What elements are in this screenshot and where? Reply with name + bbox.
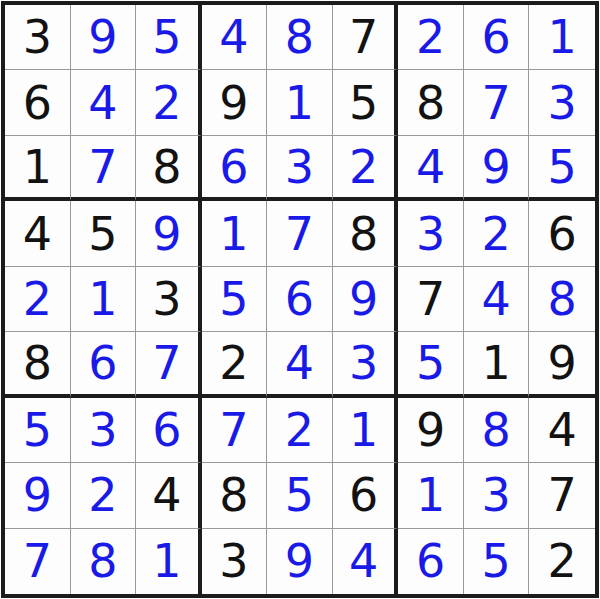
cell-r5c6[interactable]: 9 (333, 267, 399, 332)
cell-r5c9[interactable]: 8 (529, 267, 595, 332)
cell-r9c2[interactable]: 8 (71, 529, 137, 594)
solved-digit: 5 (285, 472, 314, 518)
cell-r6c8[interactable]: 1 (464, 332, 530, 397)
solved-digit: 5 (416, 340, 445, 386)
cell-r1c7[interactable]: 2 (398, 5, 464, 70)
solved-digit: 4 (349, 538, 378, 584)
given-digit: 9 (416, 407, 445, 453)
cell-r4c6[interactable]: 8 (333, 201, 399, 266)
cell-r1c8[interactable]: 6 (464, 5, 530, 70)
cell-r8c6[interactable]: 6 (333, 463, 399, 528)
solved-digit: 9 (23, 472, 52, 518)
cell-r5c1[interactable]: 2 (5, 267, 71, 332)
cell-r3c6[interactable]: 2 (333, 136, 399, 201)
cell-r6c4[interactable]: 2 (202, 332, 268, 397)
cell-r6c1[interactable]: 8 (5, 332, 71, 397)
cell-r9c5[interactable]: 9 (267, 529, 333, 594)
solved-digit: 6 (416, 538, 445, 584)
cell-r7c4[interactable]: 7 (202, 398, 268, 463)
solved-digit: 8 (285, 14, 314, 60)
solved-digit: 6 (88, 340, 117, 386)
solved-digit: 2 (285, 407, 314, 453)
cell-r8c4[interactable]: 8 (202, 463, 268, 528)
cell-r3c3[interactable]: 8 (136, 136, 202, 201)
solved-digit: 6 (285, 276, 314, 322)
solved-digit: 1 (285, 80, 314, 126)
cell-r7c5[interactable]: 2 (267, 398, 333, 463)
cell-r1c4[interactable]: 4 (202, 5, 268, 70)
solved-digit: 7 (152, 340, 181, 386)
solved-digit: 6 (482, 14, 511, 60)
cell-r9c7[interactable]: 6 (398, 529, 464, 594)
cell-r3c1[interactable]: 1 (5, 136, 71, 201)
given-digit: 3 (152, 276, 181, 322)
cell-r8c5[interactable]: 5 (267, 463, 333, 528)
solved-digit: 8 (88, 538, 117, 584)
cell-r1c5[interactable]: 8 (267, 5, 333, 70)
given-digit: 1 (482, 340, 511, 386)
cell-r3c7[interactable]: 4 (398, 136, 464, 201)
cell-r8c2[interactable]: 2 (71, 463, 137, 528)
cell-r8c7[interactable]: 1 (398, 463, 464, 528)
cell-r5c7[interactable]: 7 (398, 267, 464, 332)
solved-digit: 3 (285, 144, 314, 190)
cell-r4c1[interactable]: 4 (5, 201, 71, 266)
cell-r7c6[interactable]: 1 (333, 398, 399, 463)
solved-digit: 7 (219, 407, 248, 453)
cell-r3c8[interactable]: 9 (464, 136, 530, 201)
solved-digit: 3 (416, 211, 445, 257)
cell-r6c3[interactable]: 7 (136, 332, 202, 397)
given-digit: 6 (349, 472, 378, 518)
given-digit: 9 (219, 80, 248, 126)
cell-r9c9[interactable]: 2 (529, 529, 595, 594)
solved-digit: 2 (152, 80, 181, 126)
given-digit: 4 (548, 407, 577, 453)
given-digit: 8 (23, 340, 52, 386)
solved-digit: 9 (88, 14, 117, 60)
solved-digit: 1 (219, 211, 248, 257)
cell-r8c1[interactable]: 9 (5, 463, 71, 528)
cell-r2c4[interactable]: 9 (202, 70, 268, 135)
cell-r7c8[interactable]: 8 (464, 398, 530, 463)
given-digit: 8 (152, 144, 181, 190)
solved-digit: 2 (349, 144, 378, 190)
solved-digit: 2 (88, 472, 117, 518)
cell-r2c6[interactable]: 5 (333, 70, 399, 135)
solved-digit: 9 (152, 211, 181, 257)
cell-r6c6[interactable]: 3 (333, 332, 399, 397)
solved-digit: 5 (23, 407, 52, 453)
cell-r9c8[interactable]: 5 (464, 529, 530, 594)
cell-r7c2[interactable]: 3 (71, 398, 137, 463)
solved-digit: 3 (88, 407, 117, 453)
cell-r4c2[interactable]: 5 (71, 201, 137, 266)
solved-digit: 2 (416, 14, 445, 60)
solved-digit: 1 (349, 407, 378, 453)
given-digit: 2 (219, 340, 248, 386)
given-digit: 9 (548, 340, 577, 386)
cell-r6c7[interactable]: 5 (398, 332, 464, 397)
cell-r1c6[interactable]: 7 (333, 5, 399, 70)
solved-digit: 7 (23, 538, 52, 584)
cell-r4c8[interactable]: 2 (464, 201, 530, 266)
cell-r9c6[interactable]: 4 (333, 529, 399, 594)
given-digit: 1 (23, 144, 52, 190)
cell-r2c5[interactable]: 1 (267, 70, 333, 135)
solved-digit: 2 (23, 276, 52, 322)
solved-digit: 1 (416, 472, 445, 518)
given-digit: 5 (88, 211, 117, 257)
solved-digit: 1 (88, 276, 117, 322)
cell-r2c9[interactable]: 3 (529, 70, 595, 135)
solved-digit: 1 (152, 538, 181, 584)
cell-r7c7[interactable]: 9 (398, 398, 464, 463)
solved-digit: 4 (88, 80, 117, 126)
solved-digit: 4 (285, 340, 314, 386)
solved-digit: 5 (219, 276, 248, 322)
cell-r8c8[interactable]: 3 (464, 463, 530, 528)
cell-r5c2[interactable]: 1 (71, 267, 137, 332)
cell-r1c9[interactable]: 1 (529, 5, 595, 70)
cell-r7c3[interactable]: 6 (136, 398, 202, 463)
cell-r3c9[interactable]: 5 (529, 136, 595, 201)
cell-r3c5[interactable]: 3 (267, 136, 333, 201)
cell-r1c2[interactable]: 9 (71, 5, 137, 70)
given-digit: 6 (23, 80, 52, 126)
given-digit: 4 (23, 211, 52, 257)
cell-r2c7[interactable]: 8 (398, 70, 464, 135)
given-digit: 6 (548, 211, 577, 257)
solved-digit: 3 (349, 340, 378, 386)
given-digit: 7 (416, 276, 445, 322)
solved-digit: 4 (416, 144, 445, 190)
cell-r5c4[interactable]: 5 (202, 267, 268, 332)
solved-digit: 4 (219, 14, 248, 60)
cell-r8c9[interactable]: 7 (529, 463, 595, 528)
given-digit: 2 (548, 538, 577, 584)
solved-digit: 9 (285, 538, 314, 584)
cell-r4c3[interactable]: 9 (136, 201, 202, 266)
given-digit: 4 (152, 472, 181, 518)
solved-digit: 1 (548, 14, 577, 60)
given-digit: 8 (416, 80, 445, 126)
solved-digit: 4 (482, 276, 511, 322)
cell-r6c2[interactable]: 6 (71, 332, 137, 397)
cell-r1c1[interactable]: 3 (5, 5, 71, 70)
given-digit: 5 (349, 80, 378, 126)
solved-digit: 5 (482, 538, 511, 584)
solved-digit: 6 (219, 144, 248, 190)
solved-digit: 3 (482, 472, 511, 518)
cell-r5c3[interactable]: 3 (136, 267, 202, 332)
given-digit: 8 (219, 472, 248, 518)
solved-digit: 6 (152, 407, 181, 453)
cell-r8c3[interactable]: 4 (136, 463, 202, 528)
sudoku-board: 3954872616429158731786324954591783262135… (1, 1, 599, 598)
cell-r7c1[interactable]: 5 (5, 398, 71, 463)
cell-r2c8[interactable]: 7 (464, 70, 530, 135)
cell-r9c3[interactable]: 1 (136, 529, 202, 594)
cell-r6c5[interactable]: 4 (267, 332, 333, 397)
cell-r4c4[interactable]: 1 (202, 201, 268, 266)
given-digit: 3 (219, 538, 248, 584)
cell-r4c7[interactable]: 3 (398, 201, 464, 266)
given-digit: 7 (349, 14, 378, 60)
solved-digit: 8 (548, 276, 577, 322)
solved-digit: 9 (349, 276, 378, 322)
cell-r7c9[interactable]: 4 (529, 398, 595, 463)
solved-digit: 8 (482, 407, 511, 453)
solved-digit: 5 (548, 144, 577, 190)
solved-digit: 5 (152, 14, 181, 60)
cell-r3c2[interactable]: 7 (71, 136, 137, 201)
sudoku-page: 3954872616429158731786324954591783262135… (0, 0, 600, 599)
given-digit: 3 (23, 14, 52, 60)
cell-r2c1[interactable]: 6 (5, 70, 71, 135)
cell-r9c4[interactable]: 3 (202, 529, 268, 594)
cell-r2c2[interactable]: 4 (71, 70, 137, 135)
solved-digit: 9 (482, 144, 511, 190)
solved-digit: 3 (548, 80, 577, 126)
cell-r5c5[interactable]: 6 (267, 267, 333, 332)
cell-r4c5[interactable]: 7 (267, 201, 333, 266)
solved-digit: 7 (482, 80, 511, 126)
cell-r9c1[interactable]: 7 (5, 529, 71, 594)
solved-digit: 7 (285, 211, 314, 257)
cell-r1c3[interactable]: 5 (136, 5, 202, 70)
given-digit: 7 (548, 472, 577, 518)
solved-digit: 7 (88, 144, 117, 190)
cell-r6c9[interactable]: 9 (529, 332, 595, 397)
cell-r2c3[interactable]: 2 (136, 70, 202, 135)
cell-r3c4[interactable]: 6 (202, 136, 268, 201)
cell-r4c9[interactable]: 6 (529, 201, 595, 266)
cell-r5c8[interactable]: 4 (464, 267, 530, 332)
solved-digit: 2 (482, 211, 511, 257)
given-digit: 8 (349, 211, 378, 257)
